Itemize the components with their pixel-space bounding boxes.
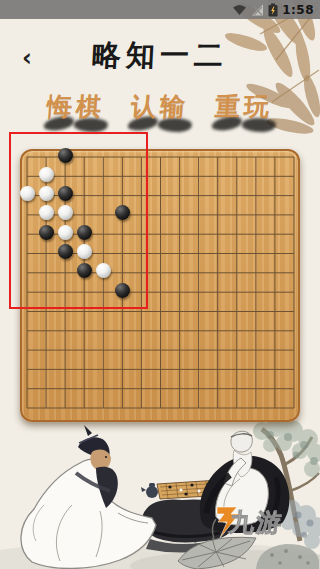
black-stone: [77, 225, 92, 240]
black-stone: [58, 186, 73, 201]
action-button-row: 悔棋 认输 重玩: [0, 90, 320, 123]
status-bar: 1:58: [0, 0, 320, 19]
clock: 1:58: [282, 3, 316, 17]
no-signal-icon: [251, 4, 264, 16]
black-stone: [58, 244, 73, 259]
black-stone: [39, 225, 54, 240]
white-stone: [39, 205, 54, 220]
white-stone: [39, 167, 54, 182]
left-player: [21, 425, 156, 569]
battery-charging-icon: [268, 3, 278, 17]
page-title: 略知一二: [0, 36, 320, 76]
app-screen: 1:58 ‹ 略知一二 悔棋 认输 重玩: [0, 0, 320, 569]
wifi-icon: [232, 4, 247, 16]
black-stone: [58, 148, 73, 163]
white-stone: [58, 225, 73, 240]
watermark-text: 九游: [227, 508, 285, 537]
teapot: [141, 483, 158, 498]
black-stone: [77, 263, 92, 278]
back-button[interactable]: ‹: [14, 44, 40, 72]
white-stone: [39, 186, 54, 201]
resign-button[interactable]: 认输: [130, 90, 190, 123]
undo-button[interactable]: 悔棋: [46, 90, 106, 123]
white-stone: [20, 186, 35, 201]
go-players-ink-painting: 九游: [0, 421, 320, 569]
black-stone: [115, 283, 130, 298]
replay-button[interactable]: 重玩: [214, 90, 274, 123]
white-stone: [58, 205, 73, 220]
white-stone: [77, 244, 92, 259]
go-board[interactable]: [20, 149, 300, 422]
